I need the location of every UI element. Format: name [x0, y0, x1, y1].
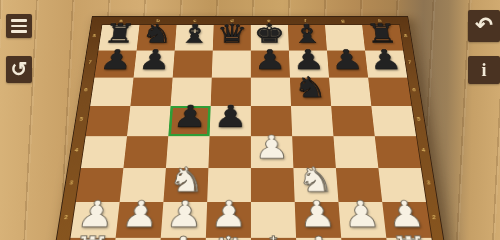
black-knight[interactable]: ♞ — [140, 21, 174, 46]
square-f4[interactable] — [292, 136, 336, 168]
square-a7[interactable]: ♟ — [94, 51, 136, 78]
black-pawn[interactable]: ♟ — [137, 46, 172, 73]
black-rook[interactable]: ♜ — [102, 21, 137, 46]
square-g5[interactable] — [331, 106, 375, 136]
white-pawn[interactable]: ♟ — [342, 196, 382, 232]
white-pawn[interactable]: ♟ — [298, 196, 337, 232]
square-f5[interactable] — [291, 106, 333, 136]
black-bishop[interactable]: ♝ — [178, 21, 211, 46]
black-pawn[interactable]: ♟ — [330, 46, 365, 73]
rank-label-right-5: 5 — [417, 116, 421, 121]
square-c8[interactable]: ♝ — [175, 25, 214, 51]
black-pawn[interactable]: ♟ — [98, 46, 134, 73]
black-pawn[interactable]: ♟ — [368, 46, 404, 73]
square-h5[interactable] — [371, 106, 416, 136]
square-b6[interactable] — [130, 78, 172, 107]
square-e3[interactable] — [251, 168, 295, 202]
black-pawn[interactable]: ♟ — [292, 46, 326, 73]
square-e2[interactable] — [251, 202, 296, 238]
black-king[interactable]: ♚ — [254, 21, 286, 46]
square-b5[interactable] — [127, 106, 171, 136]
square-b3[interactable] — [120, 168, 166, 202]
square-e6[interactable] — [251, 78, 291, 107]
chess-app-screen: ♜♞♝♛♚♝♜♟♟♟♟♟♟♞♟♟♟♞♞♟♟♟♟♟♟♟♜♝♛♚♝♜ 8877665… — [0, 0, 500, 240]
white-knight[interactable]: ♞ — [297, 163, 335, 196]
black-queen[interactable]: ♛ — [216, 21, 248, 46]
rank-label-right-2: 2 — [432, 214, 437, 220]
square-g2[interactable]: ♟ — [338, 202, 386, 238]
file-label-top-h: h — [378, 18, 382, 22]
square-a6[interactable] — [90, 78, 133, 107]
white-pawn[interactable]: ♟ — [385, 196, 427, 232]
info-button[interactable]: i — [468, 56, 500, 84]
white-pawn[interactable]: ♟ — [165, 196, 204, 232]
file-label-top-g: g — [341, 18, 345, 22]
square-f7[interactable]: ♟ — [289, 51, 329, 78]
square-d5[interactable]: ♟ — [210, 106, 251, 136]
square-c3[interactable]: ♞ — [163, 168, 208, 202]
square-c6[interactable] — [171, 78, 212, 107]
white-pawn[interactable]: ♟ — [210, 196, 248, 232]
black-knight[interactable]: ♞ — [293, 73, 328, 101]
square-a4[interactable] — [81, 136, 127, 168]
square-e4[interactable]: ♟ — [251, 136, 294, 168]
square-b7[interactable]: ♟ — [134, 51, 175, 78]
square-h8[interactable]: ♜ — [362, 25, 403, 51]
file-label-top-a: a — [119, 18, 123, 22]
rotate-board-button[interactable]: ↺ — [6, 56, 32, 83]
white-knight[interactable]: ♞ — [167, 163, 205, 196]
file-label-top-f: f — [304, 18, 306, 22]
square-e8[interactable]: ♚ — [251, 25, 289, 51]
black-pawn[interactable]: ♟ — [254, 46, 287, 73]
square-d4[interactable] — [208, 136, 250, 168]
file-label-top-c: c — [193, 18, 196, 22]
file-label-top-e: e — [267, 18, 270, 22]
rank-label-left-4: 4 — [74, 147, 78, 152]
square-a5[interactable] — [86, 106, 131, 136]
square-d3[interactable] — [207, 168, 251, 202]
square-a3[interactable] — [76, 168, 124, 202]
rank-label-left-7: 7 — [88, 60, 92, 64]
square-h7[interactable]: ♟ — [365, 51, 407, 78]
black-pawn[interactable]: ♟ — [172, 101, 208, 131]
rank-label-right-4: 4 — [421, 147, 425, 152]
rank-label-left-2: 2 — [64, 214, 69, 220]
rotate-board-icon: ↺ — [11, 57, 28, 81]
undo-arrow-icon: ↶ — [475, 13, 493, 37]
black-bishop[interactable]: ♝ — [291, 21, 324, 46]
square-f3[interactable]: ♞ — [293, 168, 338, 202]
square-f2[interactable]: ♟ — [295, 202, 341, 238]
square-e5[interactable] — [251, 106, 292, 136]
square-g6[interactable] — [329, 78, 371, 107]
square-g4[interactable] — [333, 136, 378, 168]
square-h2[interactable]: ♟ — [382, 202, 431, 238]
square-h6[interactable] — [368, 78, 411, 107]
square-h3[interactable] — [378, 168, 426, 202]
board-grid: ♜♞♝♛♚♝♜♟♟♟♟♟♟♞♟♟♟♞♞♟♟♟♟♟♟♟♜♝♛♚♝♜ — [65, 25, 437, 240]
square-f6[interactable]: ♞ — [290, 78, 331, 107]
square-d7[interactable] — [212, 51, 251, 78]
rank-label-left-5: 5 — [79, 116, 83, 121]
rank-label-left-6: 6 — [84, 87, 88, 92]
square-e7[interactable]: ♟ — [251, 51, 290, 78]
square-c5[interactable]: ♟ — [168, 106, 210, 136]
square-d8[interactable]: ♛ — [213, 25, 251, 51]
square-c2[interactable]: ♟ — [161, 202, 207, 238]
square-g8[interactable] — [325, 25, 365, 51]
chess-board: ♜♞♝♛♚♝♜♟♟♟♟♟♟♞♟♟♟♞♞♟♟♟♟♟♟♟♜♝♛♚♝♜ 8877665… — [48, 16, 452, 240]
square-b4[interactable] — [123, 136, 168, 168]
file-label-top-d: d — [230, 18, 233, 22]
rank-label-left-8: 8 — [92, 34, 96, 38]
white-pawn[interactable]: ♟ — [120, 196, 160, 232]
square-c7[interactable] — [173, 51, 213, 78]
undo-button[interactable]: ↶ — [468, 10, 500, 42]
rank-label-right-6: 6 — [412, 87, 416, 92]
black-rook[interactable]: ♜ — [365, 21, 400, 46]
square-g7[interactable]: ♟ — [327, 51, 368, 78]
square-b8[interactable]: ♞ — [137, 25, 177, 51]
hamburger-icon — [11, 19, 27, 22]
rank-label-right-7: 7 — [408, 60, 412, 64]
white-pawn[interactable]: ♟ — [75, 196, 117, 232]
rank-label-right-3: 3 — [426, 180, 430, 185]
menu-button[interactable] — [6, 14, 32, 38]
square-c4[interactable] — [166, 136, 210, 168]
square-b2[interactable]: ♟ — [116, 202, 164, 238]
square-g3[interactable] — [336, 168, 382, 202]
square-h4[interactable] — [375, 136, 421, 168]
white-pawn[interactable]: ♟ — [254, 131, 290, 163]
square-f8[interactable]: ♝ — [288, 25, 327, 51]
rank-label-left-3: 3 — [69, 180, 73, 185]
square-d2[interactable]: ♟ — [206, 202, 251, 238]
square-a2[interactable]: ♟ — [71, 202, 120, 238]
rank-label-right-8: 8 — [404, 34, 408, 38]
black-pawn[interactable]: ♟ — [213, 101, 248, 131]
square-d6[interactable] — [211, 78, 251, 107]
file-label-top-b: b — [156, 18, 160, 22]
info-icon: i — [481, 60, 486, 81]
square-a8[interactable]: ♜ — [99, 25, 140, 51]
